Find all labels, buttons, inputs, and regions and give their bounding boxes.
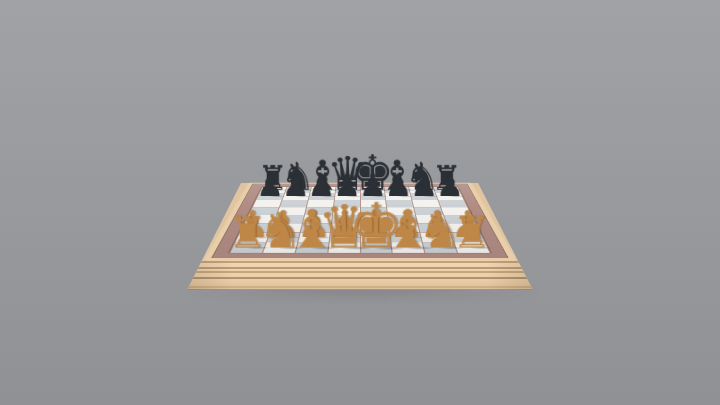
model-viewer-canvas[interactable]: ♜♞♝♛♚♝♞♜♟♟♟♟♟♟♟♟♟♟♟♟♟♟♟♟♜♞♝♛♚♝♞♜ [0,0,720,405]
chess-board: ♜♞♝♛♚♝♞♜♟♟♟♟♟♟♟♟♟♟♟♟♟♟♟♟♜♞♝♛♚♝♞♜ [204,183,516,261]
scene-3d: ♜♞♝♛♚♝♞♜♟♟♟♟♟♟♟♟♟♟♟♟♟♟♟♟♜♞♝♛♚♝♞♜ [0,0,720,405]
